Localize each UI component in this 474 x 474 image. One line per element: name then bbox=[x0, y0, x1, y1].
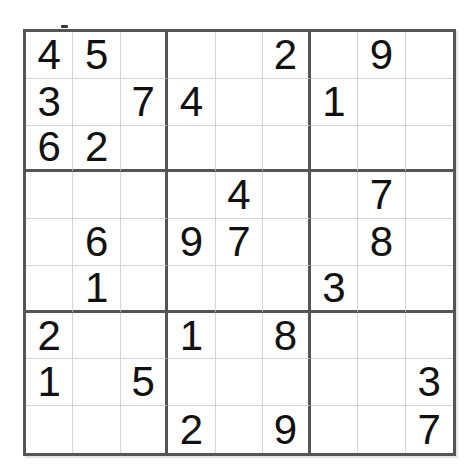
cell-r6c6[interactable] bbox=[263, 266, 310, 313]
cell-r3c6[interactable] bbox=[263, 126, 310, 173]
cell-r4c4[interactable] bbox=[168, 172, 215, 219]
cell-r5c9[interactable] bbox=[406, 219, 453, 266]
sudoku-board: 452937416247697813218153297 bbox=[23, 29, 456, 456]
cell-r9c8[interactable] bbox=[358, 406, 405, 453]
cell-r6c5[interactable] bbox=[216, 266, 263, 313]
cell-r2c5[interactable] bbox=[216, 79, 263, 126]
cell-r3c4[interactable] bbox=[168, 126, 215, 173]
cell-r6c1[interactable] bbox=[26, 266, 73, 313]
cell-r2c7[interactable]: 1 bbox=[311, 79, 358, 126]
cell-r4c1[interactable] bbox=[26, 172, 73, 219]
cell-r5c2[interactable]: 6 bbox=[73, 219, 120, 266]
cell-r3c9[interactable] bbox=[406, 126, 453, 173]
cell-r9c5[interactable] bbox=[216, 406, 263, 453]
cell-r6c2[interactable]: 1 bbox=[73, 266, 120, 313]
cell-r1c3[interactable] bbox=[121, 32, 168, 79]
cell-r9c2[interactable] bbox=[73, 406, 120, 453]
cell-r5c3[interactable] bbox=[121, 219, 168, 266]
cell-r4c7[interactable] bbox=[311, 172, 358, 219]
cell-r8c6[interactable] bbox=[263, 359, 310, 406]
cell-r7c5[interactable] bbox=[216, 313, 263, 360]
cell-r2c4[interactable]: 4 bbox=[168, 79, 215, 126]
cell-r7c2[interactable] bbox=[73, 313, 120, 360]
cell-r8c4[interactable] bbox=[168, 359, 215, 406]
cell-r3c5[interactable] bbox=[216, 126, 263, 173]
cell-r5c6[interactable] bbox=[263, 219, 310, 266]
cell-r6c7[interactable]: 3 bbox=[311, 266, 358, 313]
cell-r2c1[interactable]: 3 bbox=[26, 79, 73, 126]
cell-r6c9[interactable] bbox=[406, 266, 453, 313]
cell-r8c8[interactable] bbox=[358, 359, 405, 406]
cell-r9c6[interactable]: 9 bbox=[263, 406, 310, 453]
cell-r2c6[interactable] bbox=[263, 79, 310, 126]
cell-r3c8[interactable] bbox=[358, 126, 405, 173]
cell-r5c1[interactable] bbox=[26, 219, 73, 266]
cell-r9c9[interactable]: 7 bbox=[406, 406, 453, 453]
cell-r4c6[interactable] bbox=[263, 172, 310, 219]
page: 452937416247697813218153297 bbox=[0, 0, 474, 474]
cell-r4c8[interactable]: 7 bbox=[358, 172, 405, 219]
cell-r1c5[interactable] bbox=[216, 32, 263, 79]
cell-r3c7[interactable] bbox=[311, 126, 358, 173]
cell-r7c1[interactable]: 2 bbox=[26, 313, 73, 360]
cell-r2c9[interactable] bbox=[406, 79, 453, 126]
cell-r5c5[interactable]: 7 bbox=[216, 219, 263, 266]
cell-r8c9[interactable]: 3 bbox=[406, 359, 453, 406]
cell-r2c3[interactable]: 7 bbox=[121, 79, 168, 126]
cell-r1c7[interactable] bbox=[311, 32, 358, 79]
cell-r1c9[interactable] bbox=[406, 32, 453, 79]
cell-r8c5[interactable] bbox=[216, 359, 263, 406]
cell-r3c2[interactable]: 2 bbox=[73, 126, 120, 173]
cell-r1c6[interactable]: 2 bbox=[263, 32, 310, 79]
cell-r9c4[interactable]: 2 bbox=[168, 406, 215, 453]
cell-r6c3[interactable] bbox=[121, 266, 168, 313]
cell-r7c8[interactable] bbox=[358, 313, 405, 360]
cell-r4c3[interactable] bbox=[121, 172, 168, 219]
cell-r8c3[interactable]: 5 bbox=[121, 359, 168, 406]
cell-r1c4[interactable] bbox=[168, 32, 215, 79]
cell-r1c2[interactable]: 5 bbox=[73, 32, 120, 79]
cell-r4c9[interactable] bbox=[406, 172, 453, 219]
cell-r9c1[interactable] bbox=[26, 406, 73, 453]
cell-r1c1[interactable]: 4 bbox=[26, 32, 73, 79]
cell-r7c3[interactable] bbox=[121, 313, 168, 360]
cell-r6c4[interactable] bbox=[168, 266, 215, 313]
cell-r8c7[interactable] bbox=[311, 359, 358, 406]
cell-r8c1[interactable]: 1 bbox=[26, 359, 73, 406]
cell-r2c8[interactable] bbox=[358, 79, 405, 126]
cell-r7c9[interactable] bbox=[406, 313, 453, 360]
cell-r5c8[interactable]: 8 bbox=[358, 219, 405, 266]
cell-r6c8[interactable] bbox=[358, 266, 405, 313]
cell-r1c8[interactable]: 9 bbox=[358, 32, 405, 79]
cell-r5c4[interactable]: 9 bbox=[168, 219, 215, 266]
cell-r3c1[interactable]: 6 bbox=[26, 126, 73, 173]
crop-artifact-mark bbox=[61, 25, 68, 28]
cell-r4c5[interactable]: 4 bbox=[216, 172, 263, 219]
cell-r9c7[interactable] bbox=[311, 406, 358, 453]
cell-r9c3[interactable] bbox=[121, 406, 168, 453]
cell-r5c7[interactable] bbox=[311, 219, 358, 266]
cell-r8c2[interactable] bbox=[73, 359, 120, 406]
cell-r2c2[interactable] bbox=[73, 79, 120, 126]
cell-r4c2[interactable] bbox=[73, 172, 120, 219]
cell-r3c3[interactable] bbox=[121, 126, 168, 173]
cell-r7c4[interactable]: 1 bbox=[168, 313, 215, 360]
cell-r7c7[interactable] bbox=[311, 313, 358, 360]
cell-r7c6[interactable]: 8 bbox=[263, 313, 310, 360]
